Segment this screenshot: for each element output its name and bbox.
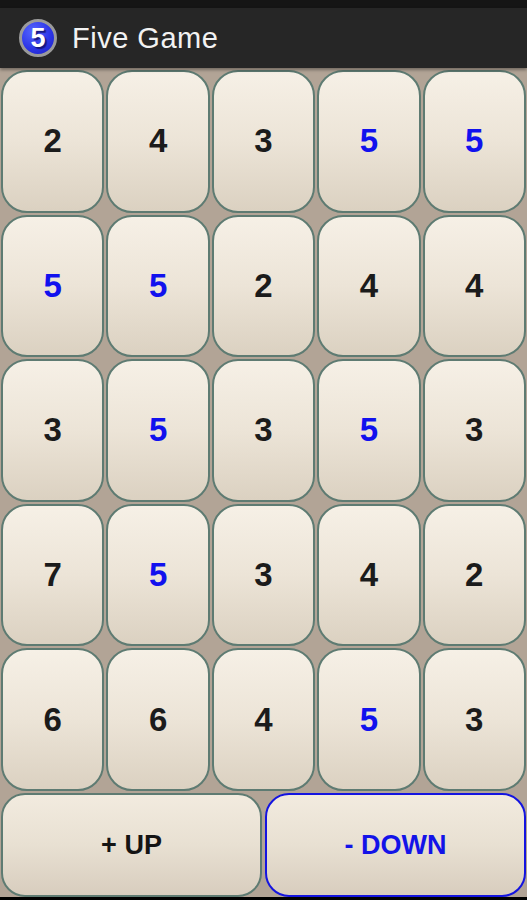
app-logo-five-icon: 5 [19,19,57,57]
app-title: Five Game [72,22,218,55]
tile-r4c5[interactable]: 2 [423,504,526,647]
tile-r2c1[interactable]: 5 [1,215,104,358]
tile-r5c3[interactable]: 4 [212,648,315,791]
tile-r5c5[interactable]: 3 [423,648,526,791]
tile-r4c3[interactable]: 3 [212,504,315,647]
tile-r2c2[interactable]: 5 [106,215,209,358]
tile-r3c2[interactable]: 5 [106,359,209,502]
tile-r3c4[interactable]: 5 [317,359,420,502]
tile-r1c1[interactable]: 2 [1,70,104,213]
tile-r5c2[interactable]: 6 [106,648,209,791]
tile-r4c4[interactable]: 4 [317,504,420,647]
tile-r3c1[interactable]: 3 [1,359,104,502]
status-bar [0,0,527,8]
up-button[interactable]: + UP [1,793,262,897]
tile-r2c4[interactable]: 4 [317,215,420,358]
tile-r5c1[interactable]: 6 [1,648,104,791]
tile-r2c3[interactable]: 2 [212,215,315,358]
tile-r1c4[interactable]: 5 [317,70,420,213]
down-button[interactable]: - DOWN [265,793,526,897]
app-screen: 5 Five Game 2435555244353537534266453 + … [0,0,527,900]
tile-r1c2[interactable]: 4 [106,70,209,213]
tile-r2c5[interactable]: 4 [423,215,526,358]
tile-r4c1[interactable]: 7 [1,504,104,647]
actions-row: + UP - DOWN [0,793,527,897]
tile-r3c3[interactable]: 3 [212,359,315,502]
tile-r1c3[interactable]: 3 [212,70,315,213]
board-area: 2435555244353537534266453 + UP - DOWN [0,68,527,897]
action-bar: 5 Five Game [0,8,527,68]
tile-r5c4[interactable]: 5 [317,648,420,791]
tile-r3c5[interactable]: 3 [423,359,526,502]
tile-r1c5[interactable]: 5 [423,70,526,213]
board-grid: 2435555244353537534266453 [0,68,527,793]
tile-r4c2[interactable]: 5 [106,504,209,647]
